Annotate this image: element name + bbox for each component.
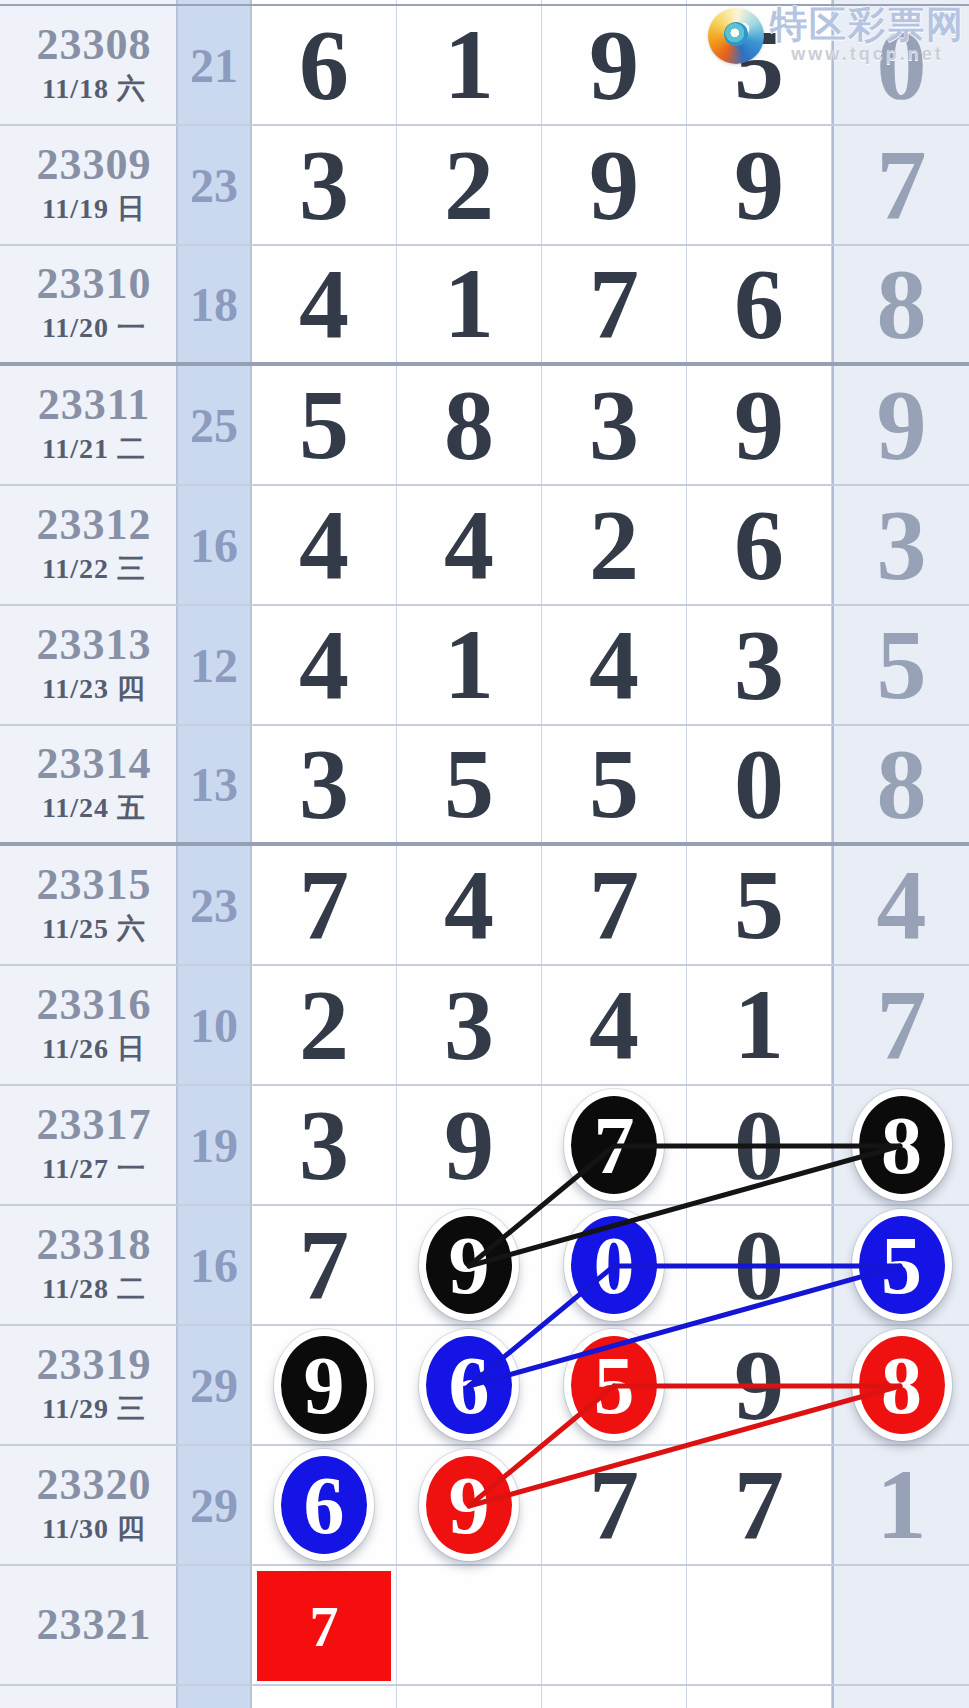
digit-cell: 9 xyxy=(542,126,687,244)
table-row: 2331811/28 二1679005 xyxy=(0,1206,969,1326)
lottery-trend-chart: 2330811/18 六21619502330911/19 日233299723… xyxy=(0,0,969,1708)
draw-number: 23313 xyxy=(37,622,152,668)
table-row: 2331011/20 一1841768 xyxy=(0,246,969,366)
digit-cell: 2 xyxy=(542,486,687,604)
digit-cell: 9 xyxy=(397,1446,542,1564)
draw-date: 11/19 日 xyxy=(42,190,146,228)
sum-value: 25 xyxy=(190,398,238,453)
digit: 4 xyxy=(589,975,639,1075)
digit-cell: 9 xyxy=(687,126,832,244)
logo-text: 特区彩票网 www.tqcp.net xyxy=(770,4,969,65)
digit: 1 xyxy=(444,615,494,715)
sum-value: 23 xyxy=(190,158,238,213)
table-row: 2331611/26 日1023417 xyxy=(0,966,969,1086)
digit-cell: 1 xyxy=(397,606,542,724)
digit-cell: 9 xyxy=(542,6,687,124)
draw-date: 11/30 四 xyxy=(42,1510,146,1548)
issue-cell: 2331011/20 一 xyxy=(0,246,178,362)
digit-cell: 7 xyxy=(542,1086,687,1204)
digit: 7 xyxy=(299,1215,349,1315)
digit: 1 xyxy=(444,15,494,115)
digit-cell: 3 xyxy=(832,486,969,604)
digit-cell xyxy=(832,1686,969,1708)
digit-cell xyxy=(397,0,542,4)
digit-cell: 6 xyxy=(252,6,397,124)
table-row: 2331711/27 一1939708 xyxy=(0,1086,969,1206)
digit-cell: 4 xyxy=(252,606,397,724)
draw-number: 23321 xyxy=(37,1602,152,1648)
digit: 7 xyxy=(589,855,639,955)
digit-cell: 5 xyxy=(397,726,542,842)
digit: 9 xyxy=(877,375,927,475)
digit-cell: 9 xyxy=(397,1206,542,1324)
digit-cell: 3 xyxy=(542,366,687,484)
circled-digit: 5 xyxy=(852,1209,952,1321)
draw-number: 23320 xyxy=(37,1462,152,1508)
issue-cell: 2331811/28 二 xyxy=(0,1206,178,1324)
digit: 7 xyxy=(734,1455,784,1555)
digit-cell: 8 xyxy=(832,726,969,842)
digit: 9 xyxy=(589,15,639,115)
draw-number: 23316 xyxy=(37,982,152,1028)
digit-cell: 8 xyxy=(832,246,969,362)
digit: 3 xyxy=(734,615,784,715)
digit-cell: 4 xyxy=(252,486,397,604)
digit: 4 xyxy=(444,855,494,955)
issue-cell: 23321 xyxy=(0,1566,178,1684)
issue-cell: 2331311/23 四 xyxy=(0,606,178,724)
digit: 5 xyxy=(589,734,639,834)
digit-cell: 4 xyxy=(542,966,687,1084)
circled-digit: 8 xyxy=(852,1329,952,1441)
circled-digit: 9 xyxy=(419,1209,519,1321)
digit-cell xyxy=(832,1566,969,1684)
digit: 7 xyxy=(877,135,927,235)
digit: 4 xyxy=(299,254,349,354)
issue-cell: 2331611/26 日 xyxy=(0,966,178,1084)
draw-number: 23317 xyxy=(37,1102,152,1148)
digit-cell: 2 xyxy=(252,966,397,1084)
digit-cell: 7 xyxy=(252,846,397,964)
sum-value: 21 xyxy=(190,38,238,93)
draw-date: 11/28 二 xyxy=(42,1270,146,1308)
digit-cell: 7 xyxy=(542,1446,687,1564)
table-row: 2331911/29 三2996598 xyxy=(0,1326,969,1446)
issue-cell: 2330911/19 日 xyxy=(0,126,178,244)
digit-cell: 7 xyxy=(542,246,687,362)
digit: 0 xyxy=(734,1095,784,1195)
digit: 1 xyxy=(734,975,784,1075)
digit: 3 xyxy=(444,975,494,1075)
digit: 1 xyxy=(444,254,494,354)
digit-cell: 2 xyxy=(397,126,542,244)
digit: 9 xyxy=(734,135,784,235)
partial-row xyxy=(0,1686,969,1708)
circled-digit: 6 xyxy=(274,1449,374,1561)
digit: 4 xyxy=(589,615,639,715)
logo-url: www.tqcp.net xyxy=(791,44,943,65)
digit: 8 xyxy=(877,254,927,354)
issue-cell: 2332011/30 四 xyxy=(0,1446,178,1564)
digit-cell: 5 xyxy=(832,606,969,724)
sum-cell: 23 xyxy=(178,846,252,964)
digit-cell: 9 xyxy=(687,366,832,484)
digit-cell: 1 xyxy=(397,246,542,362)
circled-digit: 8 xyxy=(852,1089,952,1201)
sum-cell: 16 xyxy=(178,486,252,604)
digit: 8 xyxy=(444,375,494,475)
digit-cell: 7 xyxy=(832,126,969,244)
draw-number: 23311 xyxy=(38,382,151,428)
digit-cell: 5 xyxy=(542,726,687,842)
circled-digit: 9 xyxy=(419,1449,519,1561)
digit: 5 xyxy=(444,734,494,834)
sum-cell xyxy=(178,0,252,4)
digit-cell: 4 xyxy=(832,846,969,964)
digit-cell: 5 xyxy=(687,846,832,964)
digit: 7 xyxy=(589,254,639,354)
digit-cell: 3 xyxy=(397,966,542,1084)
issue-cell xyxy=(0,1686,178,1708)
sum-value: 29 xyxy=(190,1358,238,1413)
digit: 8 xyxy=(877,734,927,834)
issue-cell: 2331411/24 五 xyxy=(0,726,178,842)
table-row: 2331311/23 四1241435 xyxy=(0,606,969,726)
draw-date: 11/23 四 xyxy=(42,670,146,708)
digit: 7 xyxy=(299,855,349,955)
draw-date: 11/26 日 xyxy=(42,1030,146,1068)
digit: 4 xyxy=(299,495,349,595)
digit: 5 xyxy=(877,615,927,715)
digit: 4 xyxy=(877,855,927,955)
digit-cell: 3 xyxy=(252,726,397,842)
digit-cell: 6 xyxy=(687,486,832,604)
digit: 5 xyxy=(734,855,784,955)
sum-value: 10 xyxy=(190,998,238,1053)
digit-cell: 9 xyxy=(832,366,969,484)
draw-date: 11/18 六 xyxy=(42,70,146,108)
sum-cell: 13 xyxy=(178,726,252,842)
issue-cell: 2330811/18 六 xyxy=(0,6,178,124)
digit: 3 xyxy=(589,375,639,475)
sum-cell: 12 xyxy=(178,606,252,724)
digit: 7 xyxy=(589,1455,639,1555)
digit-cell: 6 xyxy=(397,1326,542,1444)
digit: 7 xyxy=(877,975,927,1075)
sum-cell: 29 xyxy=(178,1446,252,1564)
draw-date: 11/25 六 xyxy=(42,910,146,948)
table-row: 2331111/21 二2558399 xyxy=(0,366,969,486)
digit-cell xyxy=(252,0,397,4)
issue-cell: 2331511/25 六 xyxy=(0,846,178,964)
digit-cell: 8 xyxy=(397,366,542,484)
draw-number: 23310 xyxy=(37,261,152,307)
issue-cell: 2331211/22 三 xyxy=(0,486,178,604)
digit: 2 xyxy=(299,975,349,1075)
digit-cell: 7 xyxy=(832,966,969,1084)
table-row: 233217 xyxy=(0,1566,969,1686)
digit: 0 xyxy=(734,1215,784,1315)
digit-cell xyxy=(397,1566,542,1684)
logo-title: 特区彩票网 xyxy=(770,4,965,47)
sum-value: 16 xyxy=(190,1238,238,1293)
digit-cell: 4 xyxy=(397,846,542,964)
digit-cell: 4 xyxy=(542,606,687,724)
digit-cell: 4 xyxy=(252,246,397,362)
circled-digit: 5 xyxy=(564,1329,664,1441)
table-row: 2332011/30 四2969771 xyxy=(0,1446,969,1566)
digit: 2 xyxy=(444,135,494,235)
logo-swirl-icon xyxy=(708,8,764,64)
digit-cell: 1 xyxy=(687,966,832,1084)
digit-cell: 7 xyxy=(687,1446,832,1564)
digit-cell: 3 xyxy=(252,126,397,244)
digit: 6 xyxy=(734,254,784,354)
digit-cell: 1 xyxy=(397,6,542,124)
digit-cell: 8 xyxy=(832,1086,969,1204)
digit-cell: 9 xyxy=(397,1086,542,1204)
digit-cell xyxy=(397,1686,542,1708)
circled-digit: 0 xyxy=(564,1209,664,1321)
digit-cell xyxy=(542,0,687,4)
draw-number: 23308 xyxy=(37,22,152,68)
digit-cell: 0 xyxy=(687,1206,832,1324)
digit-cell: 4 xyxy=(397,486,542,604)
issue-cell: 2331911/29 三 xyxy=(0,1326,178,1444)
circled-digit: 6 xyxy=(419,1329,519,1441)
digit-cell xyxy=(542,1566,687,1684)
draw-number: 23312 xyxy=(37,502,152,548)
draw-date: 11/22 三 xyxy=(42,550,146,588)
circled-digit: 7 xyxy=(564,1089,664,1201)
sum-cell xyxy=(178,1566,252,1684)
digit: 3 xyxy=(299,734,349,834)
digit-cell xyxy=(687,1686,832,1708)
draw-number: 23315 xyxy=(37,862,152,908)
table-row: 2330911/19 日2332997 xyxy=(0,126,969,246)
digit: 6 xyxy=(299,15,349,115)
digit-cell: 5 xyxy=(542,1326,687,1444)
issue-cell xyxy=(0,0,178,4)
digit: 5 xyxy=(299,375,349,475)
digit: 3 xyxy=(299,135,349,235)
digit-cell: 7 xyxy=(252,1206,397,1324)
draw-date: 11/20 一 xyxy=(42,309,146,347)
sum-value: 13 xyxy=(190,757,238,812)
digit: 2 xyxy=(589,495,639,595)
digit: 4 xyxy=(299,615,349,715)
draw-number: 23314 xyxy=(37,741,152,787)
highlight-square: 7 xyxy=(257,1571,391,1681)
digit-cell xyxy=(252,1686,397,1708)
sum-value: 16 xyxy=(190,518,238,573)
digit-cell: 8 xyxy=(832,1326,969,1444)
sum-cell: 21 xyxy=(178,6,252,124)
draw-date: 11/21 二 xyxy=(42,430,146,468)
digit-cell: 6 xyxy=(687,246,832,362)
digit-cell: 7 xyxy=(542,846,687,964)
draw-number: 23309 xyxy=(37,142,152,188)
draw-date: 11/27 一 xyxy=(42,1150,146,1188)
digit: 9 xyxy=(734,375,784,475)
digit: 3 xyxy=(877,495,927,595)
sum-cell: 29 xyxy=(178,1326,252,1444)
draw-number: 23319 xyxy=(37,1342,152,1388)
sum-value: 18 xyxy=(190,277,238,332)
sum-value: 23 xyxy=(190,878,238,933)
digit-cell: 7 xyxy=(252,1566,397,1684)
site-logo: 特区彩票网 www.tqcp.net xyxy=(708,4,969,65)
trend-table: 2330811/18 六21619502330911/19 日233299723… xyxy=(0,0,969,1708)
sum-cell: 23 xyxy=(178,126,252,244)
digit: 9 xyxy=(734,1335,784,1435)
sum-value: 12 xyxy=(190,638,238,693)
draw-number: 23318 xyxy=(37,1222,152,1268)
digit: 6 xyxy=(734,495,784,595)
digit-cell: 9 xyxy=(252,1326,397,1444)
digit-cell: 0 xyxy=(542,1206,687,1324)
sum-cell xyxy=(178,1686,252,1708)
sum-cell: 16 xyxy=(178,1206,252,1324)
draw-date: 11/29 三 xyxy=(42,1390,146,1428)
sum-value: 29 xyxy=(190,1478,238,1533)
sum-cell: 10 xyxy=(178,966,252,1084)
digit-cell: 0 xyxy=(687,726,832,842)
sum-cell: 18 xyxy=(178,246,252,362)
digit: 3 xyxy=(299,1095,349,1195)
digit-cell: 0 xyxy=(687,1086,832,1204)
circled-digit: 9 xyxy=(274,1329,374,1441)
digit: 0 xyxy=(734,734,784,834)
digit-cell xyxy=(542,1686,687,1708)
table-row: 2331411/24 五1335508 xyxy=(0,726,969,846)
digit: 9 xyxy=(589,135,639,235)
issue-cell: 2331111/21 二 xyxy=(0,366,178,484)
digit-cell: 3 xyxy=(252,1086,397,1204)
digit-cell xyxy=(687,1566,832,1684)
table-row: 2331211/22 三1644263 xyxy=(0,486,969,606)
digit: 9 xyxy=(444,1095,494,1195)
issue-cell: 2331711/27 一 xyxy=(0,1086,178,1204)
digit-cell: 5 xyxy=(832,1206,969,1324)
sum-value: 19 xyxy=(190,1118,238,1173)
draw-date: 11/24 五 xyxy=(42,789,146,827)
digit-cell: 5 xyxy=(252,366,397,484)
digit: 4 xyxy=(444,495,494,595)
digit: 1 xyxy=(877,1455,927,1555)
digit-cell: 9 xyxy=(687,1326,832,1444)
sum-cell: 25 xyxy=(178,366,252,484)
table-row: 2331511/25 六2374754 xyxy=(0,846,969,966)
digit-cell: 6 xyxy=(252,1446,397,1564)
digit-cell: 1 xyxy=(832,1446,969,1564)
sum-cell: 19 xyxy=(178,1086,252,1204)
digit-cell: 3 xyxy=(687,606,832,724)
